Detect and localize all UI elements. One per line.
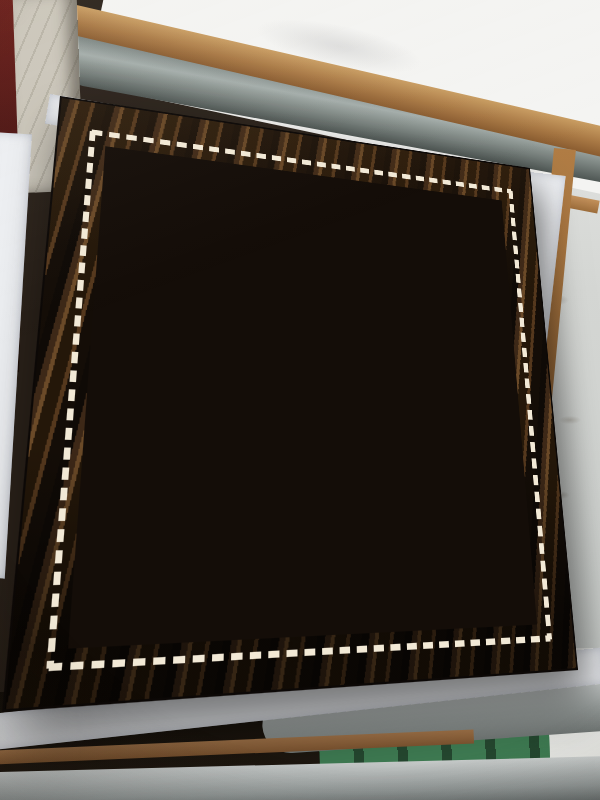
photo-scene (0, 0, 600, 800)
playing-field (68, 146, 537, 648)
board-frame (2, 96, 578, 712)
chess-board (2, 96, 578, 712)
